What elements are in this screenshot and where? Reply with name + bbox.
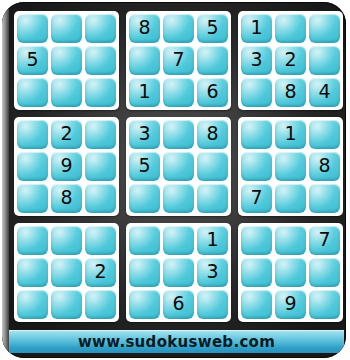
cell-r2c1[interactable]: 5 [17, 46, 48, 75]
cell-r2c9[interactable] [309, 46, 340, 75]
cell-r4c9[interactable] [309, 120, 340, 149]
cell-r7c2[interactable] [51, 226, 82, 255]
given-digit: 6 [206, 82, 218, 101]
cell-r5c9[interactable]: 8 [309, 152, 340, 181]
box-4: 298 [14, 117, 119, 216]
given-digit: 1 [250, 18, 262, 37]
sudoku-board-frame: 58571613284298385187213679 www.sudokuswe… [2, 2, 346, 358]
cell-r6c1[interactable] [17, 184, 48, 213]
cell-r9c3[interactable] [85, 290, 116, 319]
cell-r5c5[interactable] [163, 152, 194, 181]
given-digit: 4 [318, 82, 330, 101]
cell-r5c1[interactable] [17, 152, 48, 181]
footer-bar: www.sudokusweb.com [9, 330, 344, 353]
given-digit: 1 [284, 124, 296, 143]
given-digit: 1 [138, 82, 150, 101]
given-digit: 5 [138, 156, 150, 175]
box-9: 79 [238, 223, 343, 322]
box-7: 2 [14, 223, 119, 322]
cell-r9c2[interactable] [51, 290, 82, 319]
cell-r9c9[interactable] [309, 290, 340, 319]
cell-r6c5[interactable] [163, 184, 194, 213]
cell-r1c4[interactable]: 8 [129, 14, 160, 43]
cell-r1c2[interactable] [51, 14, 82, 43]
cell-r1c6[interactable]: 5 [197, 14, 228, 43]
given-digit: 8 [138, 18, 150, 37]
cell-r2c6[interactable] [197, 46, 228, 75]
cell-r4c4[interactable]: 3 [129, 120, 160, 149]
cell-r9c5[interactable]: 6 [163, 290, 194, 319]
cell-r9c1[interactable] [17, 290, 48, 319]
cell-r4c2[interactable]: 2 [51, 120, 82, 149]
given-digit: 2 [94, 262, 106, 281]
cell-r4c3[interactable] [85, 120, 116, 149]
frame-left-edge [2, 2, 9, 358]
cell-r3c7[interactable] [241, 78, 272, 107]
cell-r4c1[interactable] [17, 120, 48, 149]
cell-r6c4[interactable] [129, 184, 160, 213]
cell-r8c1[interactable] [17, 258, 48, 287]
cell-r4c5[interactable] [163, 120, 194, 149]
cell-r2c3[interactable] [85, 46, 116, 75]
cell-r2c4[interactable] [129, 46, 160, 75]
cell-r3c3[interactable] [85, 78, 116, 107]
cell-r2c2[interactable] [51, 46, 82, 75]
cell-r2c8[interactable]: 2 [275, 46, 306, 75]
cell-r1c5[interactable] [163, 14, 194, 43]
given-digit: 6 [172, 294, 184, 313]
website-url: www.sudokusweb.com [78, 333, 275, 351]
cell-r7c3[interactable] [85, 226, 116, 255]
given-digit: 9 [60, 156, 72, 175]
cell-r3c8[interactable]: 8 [275, 78, 306, 107]
given-digit: 7 [172, 50, 184, 69]
cell-r8c4[interactable] [129, 258, 160, 287]
cell-r8c2[interactable] [51, 258, 82, 287]
given-digit: 7 [318, 230, 330, 249]
cell-r5c2[interactable]: 9 [51, 152, 82, 181]
cell-r8c8[interactable] [275, 258, 306, 287]
cell-r1c9[interactable] [309, 14, 340, 43]
box-8: 136 [126, 223, 231, 322]
box-1: 5 [14, 11, 119, 110]
given-digit: 2 [60, 124, 72, 143]
cell-r3c9[interactable]: 4 [309, 78, 340, 107]
cell-r3c4[interactable]: 1 [129, 78, 160, 107]
cell-r1c7[interactable]: 1 [241, 14, 272, 43]
given-digit: 5 [206, 18, 218, 37]
given-digit: 3 [206, 262, 218, 281]
cell-r8c7[interactable] [241, 258, 272, 287]
cell-r9c8[interactable]: 9 [275, 290, 306, 319]
cell-r7c9[interactable]: 7 [309, 226, 340, 255]
cell-r6c3[interactable] [85, 184, 116, 213]
cell-r3c2[interactable] [51, 78, 82, 107]
cell-r7c6[interactable]: 1 [197, 226, 228, 255]
box-6: 187 [238, 117, 343, 216]
given-digit: 8 [60, 188, 72, 207]
cell-r5c3[interactable] [85, 152, 116, 181]
cell-r6c7[interactable]: 7 [241, 184, 272, 213]
given-digit: 1 [206, 230, 218, 249]
box-2: 85716 [126, 11, 231, 110]
cell-r5c6[interactable] [197, 152, 228, 181]
cell-r3c6[interactable]: 6 [197, 78, 228, 107]
cell-r5c4[interactable]: 5 [129, 152, 160, 181]
cell-r4c6[interactable]: 8 [197, 120, 228, 149]
box-5: 385 [126, 117, 231, 216]
given-digit: 2 [284, 50, 296, 69]
cell-r2c7[interactable]: 3 [241, 46, 272, 75]
cell-r7c5[interactable] [163, 226, 194, 255]
cell-r1c3[interactable] [85, 14, 116, 43]
cell-r7c4[interactable] [129, 226, 160, 255]
cell-r9c7[interactable] [241, 290, 272, 319]
cell-r6c9[interactable] [309, 184, 340, 213]
cell-r8c3[interactable]: 2 [85, 258, 116, 287]
sudoku-board: 58571613284298385187213679 [14, 11, 343, 322]
cell-r2c5[interactable]: 7 [163, 46, 194, 75]
cell-r3c1[interactable] [17, 78, 48, 107]
cell-r7c8[interactable] [275, 226, 306, 255]
given-digit: 8 [318, 156, 330, 175]
given-digit: 3 [138, 124, 150, 143]
given-digit: 8 [284, 82, 296, 101]
cell-r6c2[interactable]: 8 [51, 184, 82, 213]
given-digit: 9 [284, 294, 296, 313]
cell-r8c6[interactable]: 3 [197, 258, 228, 287]
cell-r1c1[interactable] [17, 14, 48, 43]
box-3: 13284 [238, 11, 343, 110]
given-digit: 8 [206, 124, 218, 143]
given-digit: 5 [26, 50, 38, 69]
cell-r6c6[interactable] [197, 184, 228, 213]
cell-r5c8[interactable] [275, 152, 306, 181]
cell-r8c9[interactable] [309, 258, 340, 287]
cell-r5c7[interactable] [241, 152, 272, 181]
given-digit: 7 [250, 188, 262, 207]
cell-r4c8[interactable]: 1 [275, 120, 306, 149]
cell-r6c8[interactable] [275, 184, 306, 213]
cell-r9c6[interactable] [197, 290, 228, 319]
cell-r7c7[interactable] [241, 226, 272, 255]
cell-r8c5[interactable] [163, 258, 194, 287]
cell-r1c8[interactable] [275, 14, 306, 43]
cell-r9c4[interactable] [129, 290, 160, 319]
cell-r7c1[interactable] [17, 226, 48, 255]
given-digit: 3 [250, 50, 262, 69]
cell-r4c7[interactable] [241, 120, 272, 149]
cell-r3c5[interactable] [163, 78, 194, 107]
